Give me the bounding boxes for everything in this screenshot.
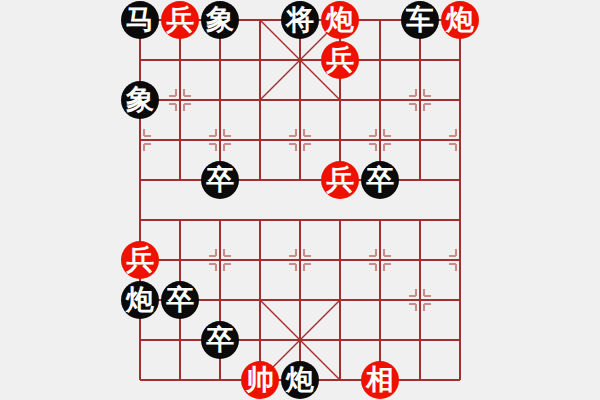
- black-general[interactable]: 将: [281, 1, 319, 39]
- red-cannon[interactable]: 炮: [321, 1, 359, 39]
- black-elephant[interactable]: 象: [201, 1, 239, 39]
- red-soldier[interactable]: 兵: [321, 161, 359, 199]
- black-chariot[interactable]: 车: [401, 1, 439, 39]
- red-soldier[interactable]: 兵: [121, 241, 159, 279]
- black-soldier[interactable]: 卒: [201, 161, 239, 199]
- black-horse[interactable]: 马: [121, 1, 159, 39]
- black-soldier[interactable]: 卒: [201, 321, 239, 359]
- red-elephant[interactable]: 相: [361, 361, 399, 399]
- pieces-layer: 马兵象将炮车炮兵象卒兵卒兵炮卒卒帅炮相: [0, 0, 600, 400]
- red-general[interactable]: 帅: [241, 361, 279, 399]
- black-soldier[interactable]: 卒: [361, 161, 399, 199]
- black-soldier[interactable]: 卒: [161, 281, 199, 319]
- red-soldier[interactable]: 兵: [161, 1, 199, 39]
- red-soldier[interactable]: 兵: [321, 41, 359, 79]
- black-elephant[interactable]: 象: [121, 81, 159, 119]
- black-cannon[interactable]: 炮: [281, 361, 319, 399]
- black-cannon[interactable]: 炮: [121, 281, 159, 319]
- xiangqi-board: 马兵象将炮车炮兵象卒兵卒兵炮卒卒帅炮相: [0, 0, 600, 400]
- red-cannon[interactable]: 炮: [441, 1, 479, 39]
